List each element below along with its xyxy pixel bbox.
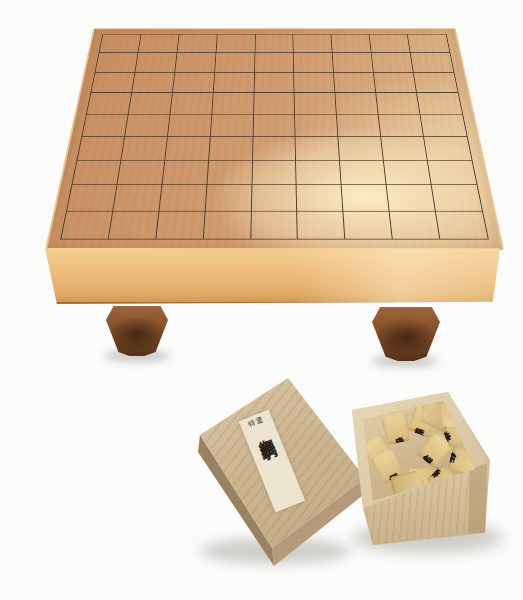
board-cell bbox=[109, 211, 160, 238]
board-cell bbox=[294, 34, 333, 53]
board-cell bbox=[339, 137, 384, 161]
board-cell bbox=[255, 53, 295, 72]
board-cell bbox=[414, 73, 458, 93]
board-cell bbox=[165, 137, 210, 161]
board-cell bbox=[376, 93, 420, 114]
board-cell bbox=[128, 93, 172, 114]
board-cell bbox=[125, 114, 170, 136]
board-cell bbox=[251, 185, 297, 211]
board-cell bbox=[381, 137, 427, 161]
board-leg-left bbox=[106, 306, 168, 356]
board-cell bbox=[384, 160, 432, 185]
board-cell bbox=[121, 137, 167, 161]
board-cell bbox=[333, 53, 374, 72]
board-cell bbox=[296, 160, 342, 185]
board-cell bbox=[162, 160, 209, 185]
board-cell bbox=[379, 114, 424, 136]
board-cell bbox=[428, 160, 477, 185]
board-cell bbox=[82, 114, 128, 136]
lid-label-title-text: 御将棋駒 bbox=[252, 426, 269, 439]
board-cell bbox=[374, 73, 417, 93]
board-cell bbox=[135, 53, 177, 72]
board-cell bbox=[203, 211, 251, 238]
board-cell bbox=[77, 137, 125, 161]
board-cell bbox=[255, 34, 294, 53]
board-cell bbox=[297, 185, 344, 211]
board-cell bbox=[117, 160, 165, 185]
board-cell bbox=[216, 34, 255, 53]
board-cell bbox=[296, 137, 340, 161]
board-cell bbox=[205, 185, 252, 211]
board-leg-right bbox=[372, 307, 440, 361]
board-cell bbox=[253, 137, 297, 161]
shogi-board bbox=[0, 0, 523, 380]
board-cell bbox=[254, 93, 296, 114]
board-cell bbox=[337, 114, 381, 136]
board-cell bbox=[213, 73, 254, 93]
board-cell bbox=[424, 137, 472, 161]
board-cell bbox=[253, 114, 296, 136]
board-cell bbox=[342, 185, 390, 211]
board-cell bbox=[207, 160, 253, 185]
board-cell bbox=[372, 53, 414, 72]
board-cell bbox=[334, 73, 376, 93]
board-cell bbox=[95, 53, 138, 72]
board-cell bbox=[436, 211, 488, 238]
board-cell bbox=[251, 211, 298, 238]
board-cell bbox=[294, 73, 335, 93]
board-cell bbox=[138, 34, 179, 53]
board-cell bbox=[420, 114, 466, 136]
board-cell bbox=[411, 53, 454, 72]
board-cell bbox=[99, 34, 141, 53]
board-cell bbox=[408, 34, 450, 53]
board-cell bbox=[344, 211, 393, 238]
board-front-face bbox=[45, 248, 500, 304]
board-cell bbox=[254, 73, 295, 93]
board-cell bbox=[252, 160, 297, 185]
board-cell bbox=[370, 34, 411, 53]
board-cell bbox=[170, 93, 213, 114]
board-cell bbox=[72, 160, 121, 185]
board-top-surface bbox=[45, 28, 504, 250]
board-cell bbox=[340, 160, 387, 185]
board-cell bbox=[294, 53, 334, 72]
board-cell bbox=[295, 93, 337, 114]
board-cell bbox=[132, 73, 175, 93]
board-cell bbox=[113, 185, 162, 211]
board-cell bbox=[336, 93, 379, 114]
board-cell bbox=[210, 114, 253, 136]
board-cell bbox=[173, 73, 215, 93]
board-cell bbox=[156, 211, 205, 238]
board-cell bbox=[159, 185, 207, 211]
board-grid bbox=[60, 34, 489, 240]
board-cell bbox=[215, 53, 255, 72]
board-cell bbox=[432, 185, 482, 211]
board-cell bbox=[387, 185, 436, 211]
board-cell bbox=[175, 53, 216, 72]
board-cell bbox=[91, 73, 135, 93]
board-cell bbox=[61, 211, 113, 238]
board-cell bbox=[295, 114, 338, 136]
piece-box: 歩兵桂馬香車桂馬銀将金将角行歩兵金将飛車歩兵 bbox=[335, 385, 505, 555]
board-cell bbox=[332, 34, 372, 53]
board-cell bbox=[87, 93, 132, 114]
board-cell bbox=[417, 93, 462, 114]
board-cell bbox=[390, 211, 441, 238]
shogi-set-photo: 特選 御将棋駒 歩兵桂馬香車桂馬銀将金将角行歩兵金将飛車歩兵 bbox=[0, 0, 523, 600]
board-cell bbox=[298, 211, 346, 238]
board-cell bbox=[212, 93, 254, 114]
board-cell bbox=[168, 114, 212, 136]
board-cell bbox=[177, 34, 217, 53]
board-cell bbox=[67, 185, 117, 211]
board-cell bbox=[209, 137, 253, 161]
